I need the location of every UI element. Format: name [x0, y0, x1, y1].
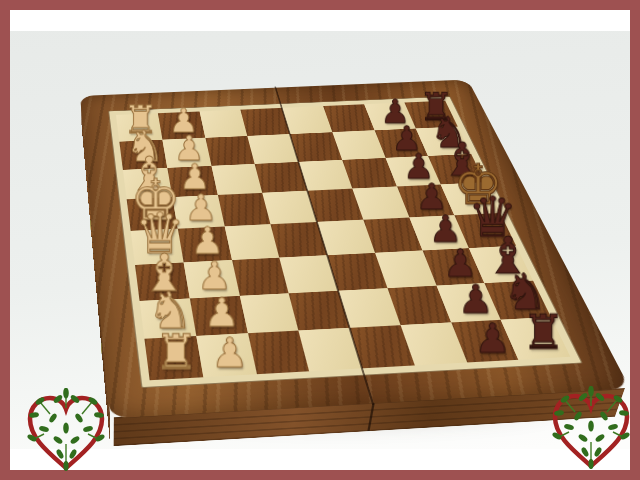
folding-chessboard: ♜♟♟♜♞♟♟♞♝♟♟♝♚♟♟♚♛♟♟♛♝♟♟♝♞♟♟♞♜♟♟♜: [80, 80, 630, 419]
square-c3[interactable]: [232, 257, 289, 295]
piece-black-pawn[interactable]: ♟: [466, 319, 519, 360]
photo-frame: ♜♟♟♜♞♟♟♞♝♟♟♝♚♟♟♚♛♟♟♛♝♟♟♝♞♟♟♞♜♟♟♜: [0, 0, 640, 480]
square-a2[interactable]: ♟: [196, 334, 256, 378]
square-e3[interactable]: [217, 193, 270, 226]
square-b5[interactable]: [338, 288, 400, 328]
piece-white-pawn[interactable]: ♟: [203, 333, 257, 374]
square-a1[interactable]: ♜: [144, 336, 203, 380]
heart-leaves-logo: [545, 386, 637, 478]
brass-hinge-upper: [90, 218, 91, 236]
piece-white-rook[interactable]: ♜: [149, 329, 203, 377]
square-a7[interactable]: ♟: [451, 320, 519, 363]
piece-black-pawn[interactable]: ♟: [450, 280, 501, 319]
heart-leaves-logo: [20, 388, 112, 480]
board-inlay: ♜♟♟♜♞♟♟♞♝♟♟♝♚♟♟♚♛♟♟♛♝♟♟♝♞♟♟♞♜♟♟♜: [108, 96, 582, 388]
square-e5[interactable]: [307, 189, 363, 222]
brass-hinge-lower: [101, 335, 102, 355]
chess-board-grid: ♜♟♟♜♞♟♟♞♝♟♟♝♚♟♟♚♛♟♟♛♝♟♟♝♞♟♟♞♜♟♟♜: [116, 101, 570, 380]
piece-black-rook[interactable]: ♜: [517, 309, 570, 356]
square-a5[interactable]: [350, 325, 415, 368]
piece-white-pawn[interactable]: ♟: [196, 293, 248, 333]
